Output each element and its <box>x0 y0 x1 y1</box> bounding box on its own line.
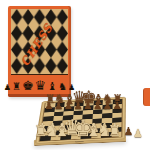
piece-white-rook: ♜ <box>108 124 122 139</box>
box-edge-fragment <box>143 88 150 106</box>
chess-box: CHESS ♟♜♚♛♝♞♟ <box>8 6 71 97</box>
piece-black-pawn: ♟ <box>54 100 63 110</box>
product-photo: CHESS ♟♜♚♛♝♞♟ ♜♞♝♛♚♝♞♜♟♟♟♟♟♟♟♟♟♟♟♟♟♟♟♟♜♞… <box>0 0 150 150</box>
piece-black-pawn: ♟ <box>124 126 134 137</box>
piece-white-pawn: ♟ <box>133 128 143 139</box>
silhouette-q-icon: ♛ <box>35 79 47 92</box>
piece-black-pawn: ♟ <box>103 100 112 110</box>
piece-black-pawn: ♟ <box>44 100 53 110</box>
piece-black-pawn: ♟ <box>93 100 102 110</box>
silhouette-p-icon: ♟ <box>4 84 11 92</box>
silhouette-k-icon: ♚ <box>22 79 34 92</box>
piece-black-pawn: ♟ <box>112 100 121 110</box>
piece-black-pawn: ♟ <box>83 100 92 110</box>
piece-black-pawn: ♟ <box>64 100 73 110</box>
piece-black-pawn: ♟ <box>74 100 83 110</box>
silhouette-r-icon: ♜ <box>12 82 21 92</box>
